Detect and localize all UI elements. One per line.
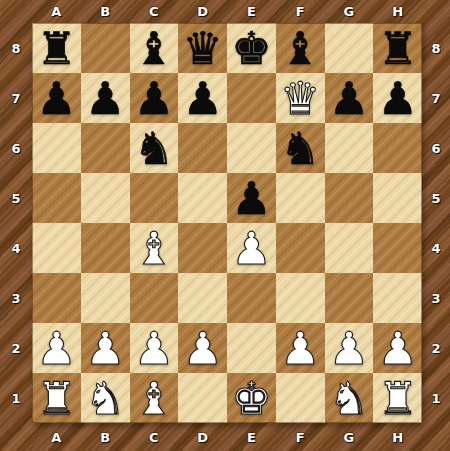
file-label-bottom-g: G (325, 423, 374, 451)
file-label-bottom-f: F (276, 423, 325, 451)
square-g1[interactable]: ♞ (325, 373, 374, 423)
piece-white-bishop[interactable]: ♝ (130, 223, 179, 273)
piece-white-pawn[interactable]: ♟ (373, 323, 422, 373)
rank-label-right-2: 2 (422, 323, 450, 373)
square-h4[interactable] (373, 223, 422, 273)
square-e5[interactable]: ♟ (227, 173, 276, 223)
square-e4[interactable]: ♟ (227, 223, 276, 273)
square-a7[interactable]: ♟ (32, 73, 81, 123)
file-label-bottom-e: E (227, 423, 276, 451)
square-h3[interactable] (373, 273, 422, 323)
square-a8[interactable]: ♜ (32, 23, 81, 73)
square-c7[interactable]: ♟ (130, 73, 179, 123)
file-label-top-e: E (227, 0, 276, 23)
square-a1[interactable]: ♜ (32, 373, 81, 423)
square-e7[interactable] (227, 73, 276, 123)
square-a3[interactable] (32, 273, 81, 323)
file-label-top-a: A (32, 0, 81, 23)
piece-white-pawn[interactable]: ♟ (325, 323, 374, 373)
square-e2[interactable] (227, 323, 276, 373)
square-h5[interactable] (373, 173, 422, 223)
rank-label-left-8: 8 (0, 23, 32, 73)
piece-black-bishop[interactable]: ♝ (276, 23, 325, 73)
square-d1[interactable] (178, 373, 227, 423)
piece-white-rook[interactable]: ♜ (373, 373, 422, 423)
piece-white-rook[interactable]: ♜ (32, 373, 81, 423)
file-label-top-b: B (81, 0, 130, 23)
file-label-bottom-d: D (178, 423, 227, 451)
piece-black-knight[interactable]: ♞ (130, 123, 179, 173)
file-label-top-g: G (325, 0, 374, 23)
file-label-top-d: D (178, 0, 227, 23)
square-f3[interactable] (276, 273, 325, 323)
square-g6[interactable] (325, 123, 374, 173)
piece-black-pawn[interactable]: ♟ (81, 73, 130, 123)
rank-label-right-8: 8 (422, 23, 450, 73)
square-f7[interactable]: ♛ (276, 73, 325, 123)
piece-black-rook[interactable]: ♜ (373, 23, 422, 73)
square-f4[interactable] (276, 223, 325, 273)
square-c1[interactable]: ♝ (130, 373, 179, 423)
file-label-bottom-h: H (373, 423, 422, 451)
file-label-bottom-a: A (32, 423, 81, 451)
square-d5[interactable] (178, 173, 227, 223)
rank-label-right-1: 1 (422, 373, 450, 423)
square-g2[interactable]: ♟ (325, 323, 374, 373)
square-f1[interactable] (276, 373, 325, 423)
piece-white-pawn[interactable]: ♟ (130, 323, 179, 373)
rank-label-left-1: 1 (0, 373, 32, 423)
piece-white-bishop[interactable]: ♝ (130, 373, 179, 423)
square-f5[interactable] (276, 173, 325, 223)
piece-white-pawn[interactable]: ♟ (178, 323, 227, 373)
file-label-bottom-b: B (81, 423, 130, 451)
rank-label-right-3: 3 (422, 273, 450, 323)
piece-black-pawn[interactable]: ♟ (32, 73, 81, 123)
piece-black-bishop[interactable]: ♝ (130, 23, 179, 73)
square-c6[interactable]: ♞ (130, 123, 179, 173)
square-d8[interactable]: ♛ (178, 23, 227, 73)
square-b7[interactable]: ♟ (81, 73, 130, 123)
piece-black-pawn[interactable]: ♟ (325, 73, 374, 123)
piece-black-rook[interactable]: ♜ (32, 23, 81, 73)
square-g5[interactable] (325, 173, 374, 223)
chess-board: AABBCCDDEEFFGGHH8877665544332211♜♝♛♚♝♜♟♟… (0, 0, 450, 451)
square-a2[interactable]: ♟ (32, 323, 81, 373)
square-f8[interactable]: ♝ (276, 23, 325, 73)
square-h8[interactable]: ♜ (373, 23, 422, 73)
square-b3[interactable] (81, 273, 130, 323)
square-f6[interactable]: ♞ (276, 123, 325, 173)
square-h1[interactable]: ♜ (373, 373, 422, 423)
square-b8[interactable] (81, 23, 130, 73)
square-d7[interactable]: ♟ (178, 73, 227, 123)
piece-white-pawn[interactable]: ♟ (32, 323, 81, 373)
square-d4[interactable] (178, 223, 227, 273)
square-a4[interactable] (32, 223, 81, 273)
piece-white-king[interactable]: ♚ (227, 373, 276, 423)
square-b2[interactable]: ♟ (81, 323, 130, 373)
piece-white-pawn[interactable]: ♟ (227, 223, 276, 273)
piece-white-pawn[interactable]: ♟ (81, 323, 130, 373)
piece-black-king[interactable]: ♚ (227, 23, 276, 73)
rank-label-right-5: 5 (422, 173, 450, 223)
square-a5[interactable] (32, 173, 81, 223)
rank-label-right-6: 6 (422, 123, 450, 173)
square-b5[interactable] (81, 173, 130, 223)
square-b4[interactable] (81, 223, 130, 273)
piece-black-pawn[interactable]: ♟ (130, 73, 179, 123)
piece-black-pawn[interactable]: ♟ (373, 73, 422, 123)
rank-label-right-4: 4 (422, 223, 450, 273)
piece-white-queen[interactable]: ♛ (276, 73, 325, 123)
square-c3[interactable] (130, 273, 179, 323)
square-g7[interactable]: ♟ (325, 73, 374, 123)
square-c4[interactable]: ♝ (130, 223, 179, 273)
rank-label-left-5: 5 (0, 173, 32, 223)
square-h2[interactable]: ♟ (373, 323, 422, 373)
chess-app: AABBCCDDEEFFGGHH8877665544332211♜♝♛♚♝♜♟♟… (0, 0, 450, 451)
square-c2[interactable]: ♟ (130, 323, 179, 373)
square-a6[interactable] (32, 123, 81, 173)
piece-white-knight[interactable]: ♞ (81, 373, 130, 423)
square-b6[interactable] (81, 123, 130, 173)
rank-label-left-4: 4 (0, 223, 32, 273)
square-d3[interactable] (178, 273, 227, 323)
rank-label-left-7: 7 (0, 73, 32, 123)
square-e8[interactable]: ♚ (227, 23, 276, 73)
square-g3[interactable] (325, 273, 374, 323)
square-g8[interactable] (325, 23, 374, 73)
piece-black-knight[interactable]: ♞ (276, 123, 325, 173)
rank-label-right-7: 7 (422, 73, 450, 123)
square-e1[interactable]: ♚ (227, 373, 276, 423)
square-c8[interactable]: ♝ (130, 23, 179, 73)
square-b1[interactable]: ♞ (81, 373, 130, 423)
rank-label-left-6: 6 (0, 123, 32, 173)
square-d6[interactable] (178, 123, 227, 173)
square-d2[interactable]: ♟ (178, 323, 227, 373)
square-h6[interactable] (373, 123, 422, 173)
piece-white-pawn[interactable]: ♟ (276, 323, 325, 373)
file-label-top-f: F (276, 0, 325, 23)
square-g4[interactable] (325, 223, 374, 273)
file-label-top-c: C (130, 0, 179, 23)
square-h7[interactable]: ♟ (373, 73, 422, 123)
piece-black-pawn[interactable]: ♟ (227, 173, 276, 223)
square-c5[interactable] (130, 173, 179, 223)
file-label-top-h: H (373, 0, 422, 23)
square-e3[interactable] (227, 273, 276, 323)
rank-label-left-3: 3 (0, 273, 32, 323)
square-e6[interactable] (227, 123, 276, 173)
piece-black-queen[interactable]: ♛ (178, 23, 227, 73)
piece-white-knight[interactable]: ♞ (325, 373, 374, 423)
rank-label-left-2: 2 (0, 323, 32, 373)
file-label-bottom-c: C (130, 423, 179, 451)
square-f2[interactable]: ♟ (276, 323, 325, 373)
piece-black-pawn[interactable]: ♟ (178, 73, 227, 123)
